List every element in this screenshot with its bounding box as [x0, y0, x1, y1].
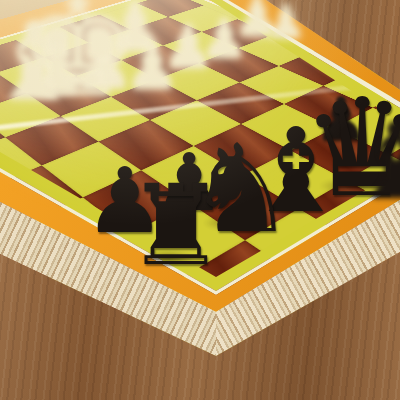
board-grid: [0, 0, 400, 400]
chessboard-photo-scene: ♟♟♟♟♟♟♟♚♟♝♟♛♝♝♟♞♟♜: [0, 0, 400, 400]
chess-board: [0, 0, 400, 400]
